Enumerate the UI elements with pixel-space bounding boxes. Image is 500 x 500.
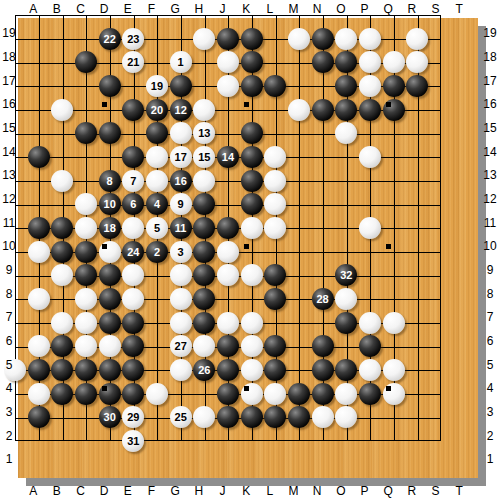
coordinate-label: C <box>73 484 89 498</box>
coordinate-label: 7 <box>0 310 18 324</box>
coordinate-label: H <box>191 2 207 16</box>
stone-white-K17 <box>217 51 239 73</box>
stone-white-P18 <box>335 28 357 50</box>
stone-black-D8 <box>75 264 97 286</box>
stone-black-L2 <box>241 406 263 428</box>
stone-white-G12 <box>146 170 168 192</box>
coordinate-label: 1 <box>0 452 18 466</box>
coordinate-label: B <box>49 484 65 498</box>
coordinate-label: 6 <box>481 334 499 348</box>
stone-black-J11 <box>193 193 215 215</box>
stone-white-G3 <box>146 383 168 405</box>
stone-black-F4 <box>122 359 144 381</box>
coordinate-label: K <box>238 2 254 16</box>
stone-white-O2 <box>312 406 334 428</box>
stone-black-L17 <box>241 51 263 73</box>
stone-white-Q6 <box>359 312 381 334</box>
coordinate-label: F <box>144 2 160 16</box>
stone-black-F9: 24 <box>122 241 144 263</box>
stone-black-O15 <box>312 99 334 121</box>
coordinate-label: 19 <box>481 26 499 40</box>
coordinate-label: 17 <box>481 74 499 88</box>
coordinate-label: N <box>309 484 325 498</box>
stone-black-G9: 2 <box>146 241 168 263</box>
stone-black-J4: 26 <box>193 359 215 381</box>
move-number-label: 20 <box>151 104 163 116</box>
coordinate-label: 9 <box>0 263 18 277</box>
stone-white-F17: 21 <box>122 51 144 73</box>
move-number-label: 10 <box>104 198 116 210</box>
stone-black-K2 <box>217 406 239 428</box>
stone-black-P6 <box>335 312 357 334</box>
stone-black-K18 <box>217 28 239 50</box>
stone-black-K13: 14 <box>217 146 239 168</box>
coordinate-label: 1 <box>481 452 499 466</box>
stone-white-G16: 19 <box>146 75 168 97</box>
coordinate-label: 10 <box>481 239 499 253</box>
move-number-label: 24 <box>127 246 139 258</box>
stone-black-M8 <box>264 264 286 286</box>
coordinate-label: 3 <box>481 405 499 419</box>
coordinate-label: E <box>120 2 136 16</box>
stone-black-F6 <box>122 312 144 334</box>
stone-black-D17 <box>75 51 97 73</box>
stone-black-H16 <box>170 75 192 97</box>
coordinate-label: 2 <box>481 429 499 443</box>
stone-black-L18 <box>241 28 263 50</box>
stone-black-Q5 <box>359 335 381 357</box>
stone-black-Q3 <box>359 383 381 405</box>
move-number-label: 16 <box>175 175 187 187</box>
coordinate-label: 19 <box>0 26 18 40</box>
stone-white-Q10 <box>359 217 381 239</box>
stone-white-D5 <box>75 335 97 357</box>
stone-black-E7 <box>99 288 121 310</box>
coordinate-label: C <box>73 2 89 16</box>
stone-white-D7 <box>75 288 97 310</box>
move-number-label: 23 <box>127 33 139 45</box>
stone-black-J6 <box>193 312 215 334</box>
move-number-label: 3 <box>178 246 184 258</box>
stone-black-R16 <box>383 75 405 97</box>
stone-black-D3 <box>75 383 97 405</box>
stone-black-L11 <box>241 193 263 215</box>
stone-white-N15 <box>288 99 310 121</box>
coordinate-label: 16 <box>0 97 18 111</box>
stone-black-O3 <box>312 383 334 405</box>
move-number-label: 13 <box>198 127 210 139</box>
stone-black-K10 <box>217 217 239 239</box>
stone-white-J18 <box>193 28 215 50</box>
coordinate-label: S <box>428 484 444 498</box>
stone-white-B9 <box>28 241 50 263</box>
hoshi-point <box>102 386 107 391</box>
move-number-label: 15 <box>198 151 210 163</box>
stone-black-H10: 11 <box>170 217 192 239</box>
stone-white-C15 <box>51 99 73 121</box>
stone-white-E5 <box>99 335 121 357</box>
coordinate-label: 4 <box>481 381 499 395</box>
stone-black-G15: 20 <box>146 99 168 121</box>
stone-black-G14 <box>146 122 168 144</box>
stone-black-J8 <box>193 264 215 286</box>
hoshi-point <box>386 244 391 249</box>
coordinate-label: J <box>215 484 231 498</box>
hoshi-point <box>386 386 391 391</box>
coordinate-label: 15 <box>481 121 499 135</box>
stone-black-F11: 6 <box>122 193 144 215</box>
stone-white-F7 <box>122 288 144 310</box>
stone-black-E8 <box>99 264 121 286</box>
coordinate-label: R <box>404 2 420 16</box>
stone-black-M4 <box>264 359 286 381</box>
stone-white-C12 <box>51 170 73 192</box>
move-number-label: 28 <box>317 293 329 305</box>
coordinate-label: L <box>262 2 278 16</box>
coordinate-label: 18 <box>0 50 18 64</box>
move-number-label: 30 <box>104 411 116 423</box>
coordinate-label: 7 <box>481 310 499 324</box>
hoshi-point <box>244 244 249 249</box>
stone-black-O5 <box>312 335 334 357</box>
coordinate-label: P <box>357 2 373 16</box>
stone-black-D14 <box>75 122 97 144</box>
coordinate-label: 17 <box>0 74 18 88</box>
stone-black-P17 <box>335 51 357 73</box>
stone-white-H9: 3 <box>170 241 192 263</box>
stone-white-H17: 1 <box>170 51 192 73</box>
stone-black-M7 <box>264 288 286 310</box>
coordinate-label: M <box>286 2 302 16</box>
stone-black-S16 <box>406 75 428 97</box>
stone-black-P15 <box>335 99 357 121</box>
coordinate-label: K <box>238 484 254 498</box>
move-number-label: 22 <box>104 33 116 45</box>
coordinate-label: O <box>333 484 349 498</box>
stone-black-J10 <box>193 217 215 239</box>
stone-white-F1: 31 <box>122 430 144 452</box>
coordinate-label: 5 <box>0 358 18 372</box>
stone-white-H2: 25 <box>170 406 192 428</box>
stone-black-K4 <box>217 359 239 381</box>
coordinate-label: 16 <box>481 97 499 111</box>
coordinate-label: D <box>96 484 112 498</box>
stone-white-L10 <box>241 217 263 239</box>
coordinate-label: B <box>49 2 65 16</box>
coordinate-label: A <box>25 484 41 498</box>
coordinate-label: Q <box>380 2 396 16</box>
coordinate-label: A <box>25 2 41 16</box>
stone-white-H5: 27 <box>170 335 192 357</box>
stone-white-L8 <box>241 264 263 286</box>
stone-black-G11: 4 <box>146 193 168 215</box>
stone-black-B2 <box>28 406 50 428</box>
stone-black-P4 <box>335 359 357 381</box>
stone-black-E2: 30 <box>99 406 121 428</box>
stone-white-Q13 <box>359 146 381 168</box>
coordinate-label: G <box>167 484 183 498</box>
coordinate-label: D <box>96 2 112 16</box>
stone-black-C4 <box>51 359 73 381</box>
move-number-label: 14 <box>222 151 234 163</box>
coordinate-label: 2 <box>0 429 18 443</box>
stone-black-L14 <box>241 122 263 144</box>
move-number-label: 6 <box>130 198 136 210</box>
stone-white-N18 <box>288 28 310 50</box>
stone-white-G13 <box>146 146 168 168</box>
stone-white-K6 <box>217 312 239 334</box>
move-number-label: 21 <box>127 56 139 68</box>
stone-black-E18: 22 <box>99 28 121 50</box>
coordinate-label: 13 <box>481 168 499 182</box>
coordinate-label: G <box>167 2 183 16</box>
stone-white-K9 <box>217 241 239 263</box>
hoshi-point <box>102 102 107 107</box>
stone-black-C10 <box>51 217 73 239</box>
coordinate-label: E <box>120 484 136 498</box>
stone-black-O17 <box>312 51 334 73</box>
stone-white-K8 <box>217 264 239 286</box>
coordinate-label: T <box>451 2 467 16</box>
coordinate-label: 13 <box>0 168 18 182</box>
stone-black-N2 <box>288 406 310 428</box>
stone-black-C9 <box>51 241 73 263</box>
stone-white-Q17 <box>359 51 381 73</box>
stone-white-Q4 <box>359 359 381 381</box>
stone-white-Q16 <box>359 75 381 97</box>
stone-white-S18 <box>406 28 428 50</box>
coordinate-label: 4 <box>0 381 18 395</box>
stone-black-B4 <box>28 359 50 381</box>
stone-white-C8 <box>51 264 73 286</box>
stone-white-S17 <box>406 51 428 73</box>
stone-white-B5 <box>28 335 50 357</box>
stone-white-J15 <box>193 99 215 121</box>
stone-black-E12: 8 <box>99 170 121 192</box>
stone-white-F12: 7 <box>122 170 144 192</box>
coordinate-label: 10 <box>0 239 18 253</box>
stone-white-L6 <box>241 312 263 334</box>
move-number-label: 9 <box>178 198 184 210</box>
coordinate-label: 12 <box>481 192 499 206</box>
coordinate-label: 12 <box>0 192 18 206</box>
coordinate-label: J <box>215 2 231 16</box>
coordinate-label: 9 <box>481 263 499 277</box>
stone-black-M16 <box>264 75 286 97</box>
stone-black-B13 <box>28 146 50 168</box>
stone-white-M13 <box>264 146 286 168</box>
stone-black-M5 <box>264 335 286 357</box>
stone-black-D9 <box>75 241 97 263</box>
stone-white-H7 <box>170 288 192 310</box>
coordinate-label: 11 <box>481 216 499 230</box>
stone-white-J14: 13 <box>193 122 215 144</box>
stone-black-E6 <box>99 312 121 334</box>
stone-black-H15: 12 <box>170 99 192 121</box>
stone-white-H13: 17 <box>170 146 192 168</box>
stone-black-P8: 32 <box>335 264 357 286</box>
move-number-label: 4 <box>154 198 160 210</box>
move-number-label: 19 <box>151 80 163 92</box>
coordinate-label: N <box>309 2 325 16</box>
stone-white-H8 <box>170 264 192 286</box>
stone-black-E11: 10 <box>99 193 121 215</box>
stone-black-M2 <box>264 406 286 428</box>
stone-white-Q18 <box>359 28 381 50</box>
stone-black-C3 <box>51 383 73 405</box>
coordinate-label: O <box>333 2 349 16</box>
coordinate-label: 5 <box>481 358 499 372</box>
stone-white-J5 <box>193 335 215 357</box>
stone-black-L13 <box>241 146 263 168</box>
coordinate-label: L <box>262 484 278 498</box>
stone-white-M12 <box>264 170 286 192</box>
move-number-label: 12 <box>175 104 187 116</box>
stone-black-N3 <box>288 383 310 405</box>
stone-black-L12 <box>241 170 263 192</box>
stone-white-F8 <box>122 264 144 286</box>
stone-black-Q15 <box>359 99 381 121</box>
move-number-label: 32 <box>340 269 352 281</box>
stone-white-R4 <box>383 359 405 381</box>
stone-white-D11 <box>75 193 97 215</box>
stone-white-B3 <box>28 383 50 405</box>
stone-white-D6 <box>75 312 97 334</box>
stone-black-H12: 16 <box>170 170 192 192</box>
move-number-label: 27 <box>175 340 187 352</box>
move-number-label: 11 <box>175 222 187 234</box>
move-number-label: 1 <box>178 56 184 68</box>
coordinate-label: 6 <box>0 334 18 348</box>
coordinate-label: S <box>428 2 444 16</box>
stone-white-R17 <box>383 51 405 73</box>
stone-black-F3 <box>122 383 144 405</box>
stone-white-P14 <box>335 122 357 144</box>
stone-black-K3 <box>217 383 239 405</box>
stone-black-E4 <box>99 359 121 381</box>
stone-black-L16 <box>241 75 263 97</box>
move-number-label: 31 <box>127 435 139 447</box>
coordinate-label: 8 <box>481 287 499 301</box>
stone-white-F10 <box>122 217 144 239</box>
stone-white-L5 <box>241 335 263 357</box>
hoshi-point <box>244 386 249 391</box>
hoshi-point <box>386 102 391 107</box>
stone-white-C6 <box>51 312 73 334</box>
stone-black-O7: 28 <box>312 288 334 310</box>
stone-white-J13: 15 <box>193 146 215 168</box>
stone-white-F18: 23 <box>122 28 144 50</box>
coordinate-label: 14 <box>481 145 499 159</box>
stone-white-M11 <box>264 193 286 215</box>
hoshi-point <box>102 244 107 249</box>
coordinate-label: F <box>144 484 160 498</box>
stone-black-O18 <box>312 28 334 50</box>
stone-white-P7 <box>335 288 357 310</box>
stone-black-P16 <box>335 75 357 97</box>
stone-black-E10: 18 <box>99 217 121 239</box>
stone-white-P3 <box>335 383 357 405</box>
coordinate-label: 11 <box>0 216 18 230</box>
move-number-label: 7 <box>130 175 136 187</box>
coordinate-label: R <box>404 484 420 498</box>
stone-black-K5 <box>217 335 239 357</box>
coordinate-label: 18 <box>481 50 499 64</box>
stone-black-J9 <box>193 241 215 263</box>
coordinate-label: 14 <box>0 145 18 159</box>
coordinate-label: P <box>357 484 373 498</box>
move-number-label: 26 <box>198 364 210 376</box>
stone-white-B7 <box>28 288 50 310</box>
coordinate-label: Q <box>380 484 396 498</box>
stone-white-H14 <box>170 122 192 144</box>
coordinate-label: M <box>286 484 302 498</box>
move-number-label: 5 <box>154 222 160 234</box>
stone-black-O4 <box>312 359 334 381</box>
stone-black-B10 <box>28 217 50 239</box>
stone-white-H11: 9 <box>170 193 192 215</box>
stone-white-D10 <box>75 217 97 239</box>
stone-black-F15 <box>122 99 144 121</box>
stone-black-C5 <box>51 335 73 357</box>
stone-white-F2: 29 <box>122 406 144 428</box>
stone-white-K16 <box>217 75 239 97</box>
move-number-label: 2 <box>154 246 160 258</box>
go-board-app: 2223211192012131715148716106491851124233… <box>0 0 500 500</box>
stone-black-F13 <box>122 146 144 168</box>
stone-white-M3 <box>264 383 286 405</box>
stone-white-J12 <box>193 170 215 192</box>
stone-white-H4 <box>170 359 192 381</box>
move-number-label: 8 <box>107 175 113 187</box>
move-number-label: 17 <box>175 151 187 163</box>
move-number-label: 25 <box>175 411 187 423</box>
stone-white-G10: 5 <box>146 217 168 239</box>
move-number-label: 18 <box>104 222 116 234</box>
stone-black-F5 <box>122 335 144 357</box>
stone-white-P2 <box>335 406 357 428</box>
stone-black-E14 <box>99 122 121 144</box>
coordinate-label: 8 <box>0 287 18 301</box>
stone-white-M10 <box>264 217 286 239</box>
coordinate-label: T <box>451 484 467 498</box>
stone-white-H6 <box>170 312 192 334</box>
stone-black-E16 <box>99 75 121 97</box>
hoshi-point <box>244 102 249 107</box>
coordinate-label: 3 <box>0 405 18 419</box>
coordinate-label: H <box>191 484 207 498</box>
coordinate-label: 15 <box>0 121 18 135</box>
stone-white-J2 <box>193 406 215 428</box>
stone-black-J7 <box>193 288 215 310</box>
move-number-label: 29 <box>127 411 139 423</box>
stone-white-R6 <box>383 312 405 334</box>
stone-black-D4 <box>75 359 97 381</box>
stone-white-L4 <box>241 359 263 381</box>
